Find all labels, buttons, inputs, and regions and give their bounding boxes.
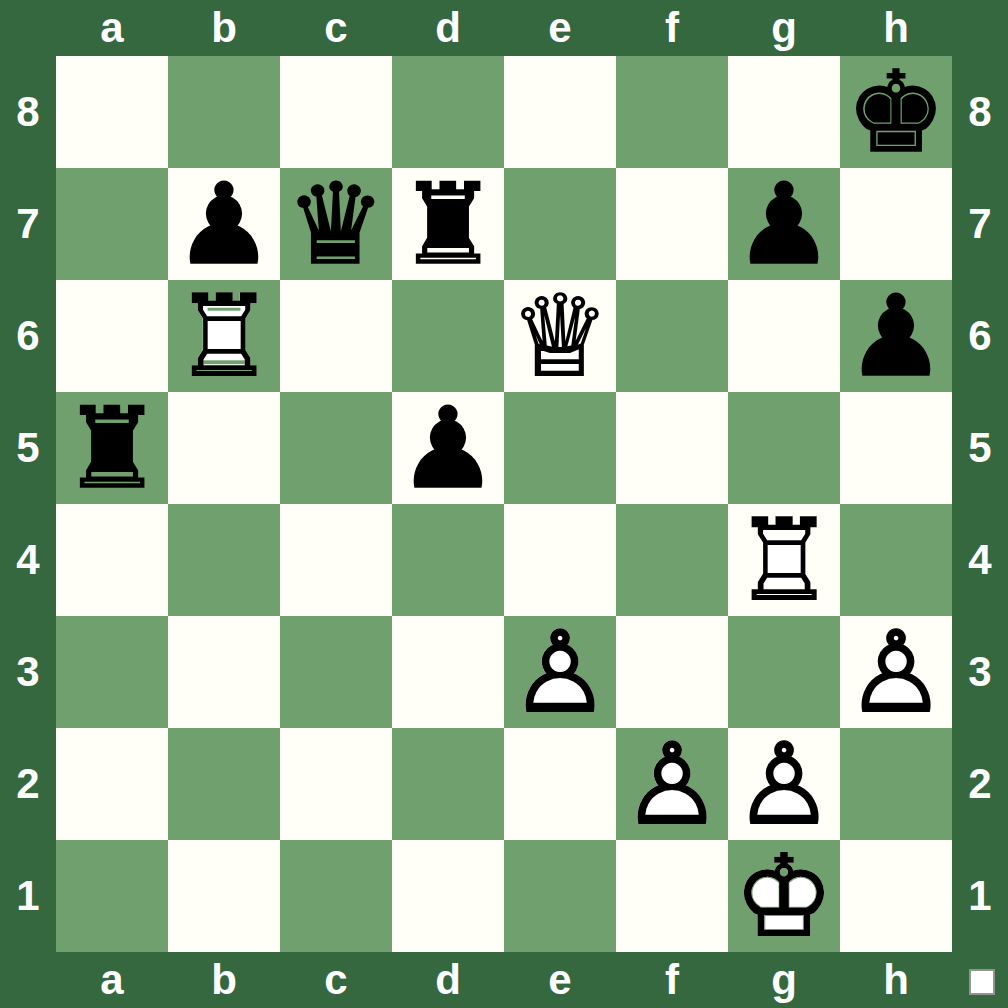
square-a2[interactable]	[56, 728, 168, 840]
rank-label-1-left: 1	[0, 840, 56, 952]
square-e5[interactable]	[504, 392, 616, 504]
square-e8[interactable]	[504, 56, 616, 168]
file-label-f-bottom: f	[616, 952, 728, 1008]
rank-label-7-left: 7	[0, 168, 56, 280]
file-label-c-bottom: c	[280, 952, 392, 1008]
rank-label-1-right: 1	[952, 840, 1008, 952]
square-g3[interactable]	[728, 616, 840, 728]
square-g8[interactable]	[728, 56, 840, 168]
square-g5[interactable]	[728, 392, 840, 504]
square-g7[interactable]: ♟	[728, 168, 840, 280]
square-a7[interactable]	[56, 168, 168, 280]
square-d4[interactable]	[392, 504, 504, 616]
square-c4[interactable]	[280, 504, 392, 616]
rank-label-8-left: 8	[0, 56, 56, 168]
square-e6[interactable]: ♕	[504, 280, 616, 392]
rank-label-8-right: 8	[952, 56, 1008, 168]
square-f3[interactable]	[616, 616, 728, 728]
piece-white-king[interactable]: ♔	[728, 840, 840, 952]
square-f7[interactable]	[616, 168, 728, 280]
square-b7[interactable]: ♟	[168, 168, 280, 280]
square-d6[interactable]	[392, 280, 504, 392]
piece-white-pawn[interactable]: ♙	[504, 616, 616, 728]
square-c2[interactable]	[280, 728, 392, 840]
square-h4[interactable]	[840, 504, 952, 616]
piece-white-rook[interactable]: ♖	[168, 280, 280, 392]
square-h7[interactable]	[840, 168, 952, 280]
chess-board-diagram: abcdefgh8♚87♟♛♜♟76♖♕♟65♜♟54♖43♙♙32♙♙21♔1…	[0, 0, 1008, 1008]
rank-label-6-right: 6	[952, 280, 1008, 392]
piece-white-queen[interactable]: ♕	[504, 280, 616, 392]
square-d3[interactable]	[392, 616, 504, 728]
rank-label-3-right: 3	[952, 616, 1008, 728]
square-h2[interactable]	[840, 728, 952, 840]
file-label-g-top: g	[728, 0, 840, 56]
square-f8[interactable]	[616, 56, 728, 168]
square-h5[interactable]	[840, 392, 952, 504]
rank-label-2-left: 2	[0, 728, 56, 840]
square-e1[interactable]	[504, 840, 616, 952]
rank-label-6-left: 6	[0, 280, 56, 392]
file-label-f-top: f	[616, 0, 728, 56]
square-e3[interactable]: ♙	[504, 616, 616, 728]
square-b2[interactable]	[168, 728, 280, 840]
square-c7[interactable]: ♛	[280, 168, 392, 280]
board-corner	[0, 952, 56, 1008]
piece-black-king[interactable]: ♚	[840, 56, 952, 168]
square-b4[interactable]	[168, 504, 280, 616]
piece-black-pawn[interactable]: ♟	[840, 280, 952, 392]
file-label-d-bottom: d	[392, 952, 504, 1008]
rank-label-4-left: 4	[0, 504, 56, 616]
square-d8[interactable]	[392, 56, 504, 168]
file-label-h-bottom: h	[840, 952, 952, 1008]
piece-black-queen[interactable]: ♛	[280, 168, 392, 280]
file-label-e-top: e	[504, 0, 616, 56]
piece-black-pawn[interactable]: ♟	[392, 392, 504, 504]
square-c3[interactable]	[280, 616, 392, 728]
square-d5[interactable]: ♟	[392, 392, 504, 504]
square-g1[interactable]: ♔	[728, 840, 840, 952]
square-a5[interactable]: ♜	[56, 392, 168, 504]
square-c6[interactable]	[280, 280, 392, 392]
rank-label-5-right: 5	[952, 392, 1008, 504]
square-b5[interactable]	[168, 392, 280, 504]
rank-label-2-right: 2	[952, 728, 1008, 840]
square-f4[interactable]	[616, 504, 728, 616]
square-b3[interactable]	[168, 616, 280, 728]
square-e7[interactable]	[504, 168, 616, 280]
square-f2[interactable]: ♙	[616, 728, 728, 840]
file-label-c-top: c	[280, 0, 392, 56]
square-d2[interactable]	[392, 728, 504, 840]
square-g4[interactable]: ♖	[728, 504, 840, 616]
square-h6[interactable]: ♟	[840, 280, 952, 392]
square-c8[interactable]	[280, 56, 392, 168]
file-label-d-top: d	[392, 0, 504, 56]
piece-white-pawn[interactable]: ♙	[840, 616, 952, 728]
square-c5[interactable]	[280, 392, 392, 504]
square-d1[interactable]	[392, 840, 504, 952]
square-b6[interactable]: ♖	[168, 280, 280, 392]
square-a4[interactable]	[56, 504, 168, 616]
file-label-b-top: b	[168, 0, 280, 56]
file-label-e-bottom: e	[504, 952, 616, 1008]
square-f6[interactable]	[616, 280, 728, 392]
piece-black-rook[interactable]: ♜	[392, 168, 504, 280]
square-g2[interactable]: ♙	[728, 728, 840, 840]
rank-label-7-right: 7	[952, 168, 1008, 280]
piece-black-pawn[interactable]: ♟	[168, 168, 280, 280]
piece-black-rook[interactable]: ♜	[56, 392, 168, 504]
square-a1[interactable]	[56, 840, 168, 952]
board-corner	[952, 0, 1008, 56]
file-label-b-bottom: b	[168, 952, 280, 1008]
piece-black-pawn[interactable]: ♟	[728, 168, 840, 280]
file-label-a-top: a	[56, 0, 168, 56]
rank-label-5-left: 5	[0, 392, 56, 504]
square-e4[interactable]	[504, 504, 616, 616]
square-a6[interactable]	[56, 280, 168, 392]
square-f1[interactable]	[616, 840, 728, 952]
rank-label-3-left: 3	[0, 616, 56, 728]
square-h3[interactable]: ♙	[840, 616, 952, 728]
square-b1[interactable]	[168, 840, 280, 952]
square-h8[interactable]: ♚	[840, 56, 952, 168]
square-e2[interactable]	[504, 728, 616, 840]
rank-label-4-right: 4	[952, 504, 1008, 616]
square-h1[interactable]	[840, 840, 952, 952]
piece-white-pawn[interactable]: ♙	[616, 728, 728, 840]
piece-white-rook[interactable]: ♖	[728, 504, 840, 616]
white-to-move-indicator	[969, 969, 995, 995]
square-b8[interactable]	[168, 56, 280, 168]
square-g6[interactable]	[728, 280, 840, 392]
square-a3[interactable]	[56, 616, 168, 728]
piece-white-pawn[interactable]: ♙	[728, 728, 840, 840]
board-corner	[0, 0, 56, 56]
square-a8[interactable]	[56, 56, 168, 168]
square-f5[interactable]	[616, 392, 728, 504]
file-label-a-bottom: a	[56, 952, 168, 1008]
square-c1[interactable]	[280, 840, 392, 952]
square-d7[interactable]: ♜	[392, 168, 504, 280]
